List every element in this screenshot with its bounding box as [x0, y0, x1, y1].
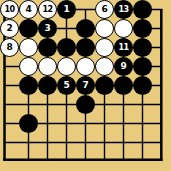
move-number-label: 6 [102, 5, 108, 14]
stone-white [19, 57, 38, 76]
stone-black [38, 76, 57, 95]
stone-black-move-9: 9 [114, 57, 133, 76]
stone-white-move-10: 10 [0, 0, 19, 19]
stone-black [19, 76, 38, 95]
stone-black [76, 19, 95, 38]
stone-white-move-4: 4 [19, 0, 38, 19]
stone-black [57, 38, 76, 57]
stone-black [114, 76, 133, 95]
stone-black-move-7: 7 [76, 76, 95, 95]
stone-black [133, 38, 152, 57]
stone-black [38, 38, 57, 57]
stone-white [38, 57, 57, 76]
stone-black [133, 76, 152, 95]
move-number-label: 2 [7, 24, 13, 33]
move-number-label: 11 [119, 44, 129, 52]
stone-white [95, 38, 114, 57]
move-number-label: 13 [119, 6, 129, 14]
stone-white [57, 57, 76, 76]
stone-black-move-5: 5 [57, 76, 76, 95]
stone-black-move-3: 3 [38, 19, 57, 38]
stone-black-move-11: 11 [114, 38, 133, 57]
move-number-label: 4 [26, 5, 32, 14]
stone-black [133, 57, 152, 76]
move-number-label: 10 [5, 6, 15, 14]
stone-white [76, 57, 95, 76]
stone-white-move-2: 2 [0, 19, 19, 38]
stone-black-move-1: 1 [57, 0, 76, 19]
stone-white-move-12: 12 [38, 0, 57, 19]
move-number-label: 8 [7, 43, 13, 52]
move-number-label: 7 [83, 81, 89, 90]
move-number-label: 5 [64, 81, 70, 90]
stone-black [76, 95, 95, 114]
move-number-label: 1 [64, 5, 70, 14]
stone-white [114, 19, 133, 38]
stone-white [95, 19, 114, 38]
stone-black [19, 114, 38, 133]
stone-white-move-6: 6 [95, 0, 114, 19]
stone-white [95, 57, 114, 76]
move-number-label: 3 [45, 24, 51, 33]
stone-white [19, 38, 38, 57]
stone-white-move-8: 8 [0, 38, 19, 57]
move-number-label: 9 [121, 62, 127, 71]
stone-black [95, 76, 114, 95]
stone-black [76, 38, 95, 57]
stone-black [133, 19, 152, 38]
stone-black-move-13: 13 [114, 0, 133, 19]
go-board[interactable]: 10412161323811957 [0, 0, 171, 171]
stone-black [133, 0, 152, 19]
stone-black [19, 19, 38, 38]
move-number-label: 12 [43, 6, 53, 14]
